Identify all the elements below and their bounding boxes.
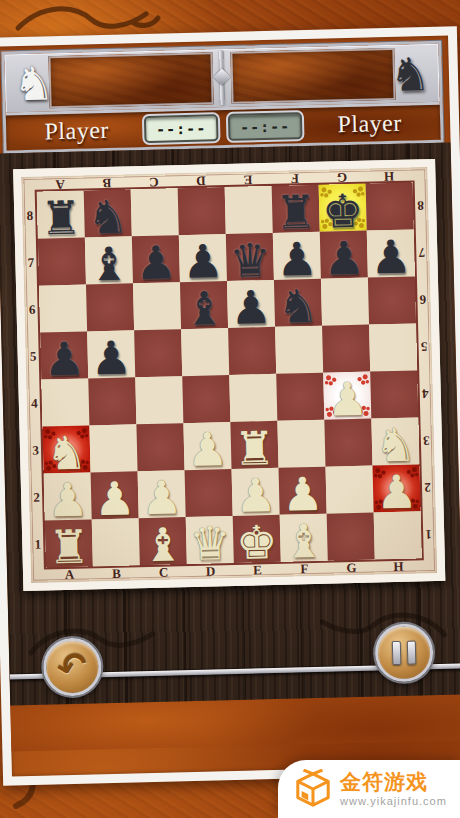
highlight-ornament	[374, 466, 388, 480]
undo-arrow-icon: ↶	[53, 646, 91, 688]
rank-label-2: 2	[419, 464, 435, 511]
piece-black-rook: ♜	[275, 189, 317, 236]
piece-black-bishop: ♝	[88, 240, 130, 287]
square-h6[interactable]	[368, 276, 416, 324]
file-label-c: C	[140, 564, 187, 581]
piece-white-knight: ♞	[45, 430, 87, 477]
app-screen: ♞ ♞ Player --:-- --:-- Player	[0, 0, 460, 818]
piece-black-knight: ♞	[87, 193, 129, 240]
square-h5[interactable]	[369, 323, 417, 371]
square-e4[interactable]	[229, 374, 277, 422]
game-card: ♞ ♞ Player --:-- --:-- Player	[0, 26, 460, 785]
square-g7[interactable]: ♟	[320, 231, 368, 279]
square-b5[interactable]: ♟	[87, 330, 135, 378]
highlight-ornament	[374, 497, 388, 511]
square-f8[interactable]: ♜	[272, 185, 320, 233]
piece-white-pawn: ♟	[141, 474, 183, 521]
rank-label-5: 5	[416, 323, 432, 370]
square-b2[interactable]: ♟	[91, 471, 139, 519]
piece-black-pawn: ♟	[276, 236, 318, 283]
board-grid: ♜♞♜♚♝♟♟♛♟♟♟♝♟♞♟♟♟♞♟♜♞♟♟♟♟♟♟♜♝♛♚♝	[37, 182, 422, 567]
piece-black-king: ♚	[322, 188, 364, 235]
rank-label-1: 1	[421, 511, 437, 558]
highlight-ornament	[75, 457, 89, 471]
piece-black-pawn: ♟	[43, 336, 85, 383]
piece-black-pawn: ♟	[323, 235, 365, 282]
piece-black-pawn: ♟	[230, 284, 272, 331]
highlight-ornament	[351, 185, 365, 199]
left-player-clock: --:--	[144, 114, 219, 143]
highlight-ornament	[351, 216, 365, 230]
file-label-f: F	[281, 561, 328, 578]
rank-label-4: 4	[417, 370, 433, 417]
square-f6[interactable]: ♞	[274, 279, 322, 327]
rank-label-3: 3	[27, 427, 43, 474]
square-b6[interactable]	[86, 283, 134, 331]
square-d4[interactable]	[182, 375, 230, 423]
square-c2[interactable]: ♟	[138, 470, 186, 518]
header-divider-ornament	[216, 49, 227, 107]
square-c4[interactable]	[135, 376, 183, 424]
black-knight-icon: ♞	[389, 46, 432, 103]
piece-white-pawn: ♟	[186, 426, 228, 473]
highlight-ornament	[405, 496, 419, 510]
square-e8[interactable]	[225, 186, 273, 234]
file-label-b: B	[93, 565, 140, 582]
highlight-ornament	[356, 404, 370, 418]
piece-white-pawn: ♟	[375, 468, 417, 515]
square-g3[interactable]	[324, 419, 372, 467]
rank-label-6: 6	[415, 276, 431, 323]
square-e5[interactable]	[228, 327, 276, 375]
square-e1[interactable]: ♚	[233, 515, 281, 563]
piece-black-queen: ♛	[229, 237, 271, 284]
square-e6[interactable]: ♟	[227, 280, 275, 328]
square-b3[interactable]	[89, 424, 137, 472]
square-e2[interactable]: ♟	[232, 468, 280, 516]
piece-black-pawn: ♟	[90, 334, 132, 381]
highlight-ornament	[405, 465, 419, 479]
square-f4[interactable]	[276, 373, 324, 421]
square-a3[interactable]: ♞	[42, 425, 90, 473]
square-b1[interactable]	[92, 518, 140, 566]
square-a4[interactable]	[41, 378, 89, 426]
square-c6[interactable]	[133, 282, 181, 330]
square-c7[interactable]: ♟	[132, 235, 180, 283]
piece-black-pawn: ♟	[370, 234, 412, 281]
watermark-title: 金符游戏	[340, 771, 447, 794]
highlight-ornament	[325, 404, 339, 418]
undo-button[interactable]: ↶	[43, 637, 102, 696]
highlight-ornament	[320, 185, 334, 199]
piece-white-rook: ♜	[233, 425, 275, 472]
piece-black-pawn: ♟	[182, 238, 224, 285]
piece-white-pawn: ♟	[47, 476, 89, 523]
header-panel-left	[48, 52, 213, 108]
wood-backdrop: ABCDEFGH ABCDEFGH 87654321 87654321 ♜♞♜♚…	[0, 143, 460, 706]
square-a8[interactable]: ♜	[37, 191, 85, 239]
piece-white-king: ♚	[236, 519, 278, 566]
chess-board: ABCDEFGH ABCDEFGH 87654321 87654321 ♜♞♜♚…	[13, 159, 445, 591]
piece-white-pawn: ♟	[281, 471, 323, 518]
rank-label-1: 1	[30, 521, 46, 568]
square-a1[interactable]: ♜	[45, 519, 93, 567]
scroll-ornament	[14, 2, 164, 36]
square-g2[interactable]	[326, 466, 374, 514]
pause-icon	[392, 641, 417, 666]
watermark-text: 金符游戏 www.yikajinfu.com	[340, 771, 447, 806]
right-player-name: Player	[307, 109, 433, 139]
square-d7[interactable]: ♟	[179, 234, 227, 282]
square-b7[interactable]: ♝	[85, 236, 133, 284]
header-panel-right	[230, 48, 395, 104]
piece-white-bishop: ♝	[283, 518, 325, 565]
square-d1[interactable]: ♛	[186, 516, 234, 564]
square-c5[interactable]	[134, 329, 182, 377]
header-panels: ♞ ♞	[4, 44, 439, 113]
square-b8[interactable]: ♞	[84, 189, 132, 237]
square-h1[interactable]	[374, 511, 422, 559]
file-label-d: D	[187, 563, 234, 580]
square-d2[interactable]	[185, 469, 233, 517]
square-h7[interactable]: ♟	[367, 229, 415, 277]
square-h8[interactable]	[366, 182, 414, 230]
square-h3[interactable]: ♞	[371, 417, 419, 465]
file-label-g: G	[328, 560, 375, 577]
highlight-ornament	[44, 458, 58, 472]
file-label-a: A	[46, 566, 93, 583]
square-d5[interactable]	[181, 328, 229, 376]
rank-label-7: 7	[414, 229, 430, 276]
piece-white-pawn: ♟	[235, 472, 277, 519]
highlight-ornament	[74, 426, 88, 440]
piece-white-rook: ♜	[48, 523, 90, 570]
square-a7[interactable]	[38, 237, 86, 285]
rank-label-5: 5	[25, 333, 41, 380]
cube-logo-icon	[294, 769, 332, 809]
rank-label-4: 4	[26, 380, 42, 427]
piece-black-knight: ♞	[277, 283, 319, 330]
square-f7[interactable]: ♟	[273, 232, 321, 280]
square-h2[interactable]: ♟	[372, 464, 420, 512]
square-e7[interactable]: ♛	[226, 233, 274, 281]
square-f1[interactable]: ♝	[280, 514, 328, 562]
highlight-ornament	[43, 427, 57, 441]
piece-black-bishop: ♝	[183, 285, 225, 332]
piece-white-bishop: ♝	[142, 521, 184, 568]
square-g1[interactable]	[327, 513, 375, 561]
piece-white-knight: ♞	[374, 421, 416, 468]
piece-black-pawn: ♟	[135, 239, 177, 286]
white-knight-icon: ♞	[12, 55, 55, 112]
square-f3[interactable]	[277, 420, 325, 468]
square-g5[interactable]	[322, 325, 370, 373]
highlight-ornament	[320, 216, 334, 230]
rank-label-2: 2	[29, 474, 45, 521]
square-g6[interactable]	[321, 278, 369, 326]
rank-label-8: 8	[22, 192, 38, 239]
square-h4[interactable]	[370, 370, 418, 418]
left-player-name: Player	[14, 116, 140, 146]
square-b4[interactable]	[88, 377, 136, 425]
rank-label-3: 3	[418, 417, 434, 464]
piece-white-queen: ♛	[189, 520, 231, 567]
square-g8[interactable]: ♚	[319, 184, 367, 232]
square-a2[interactable]: ♟	[44, 472, 92, 520]
square-c3[interactable]	[136, 423, 184, 471]
highlight-ornament	[355, 373, 369, 387]
square-f2[interactable]: ♟	[279, 467, 327, 515]
pause-button[interactable]	[374, 623, 433, 682]
rank-label-8: 8	[413, 182, 429, 229]
right-player-clock: --:--	[228, 112, 303, 141]
square-d8[interactable]	[178, 187, 226, 235]
square-f5[interactable]	[275, 326, 323, 374]
rank-label-6: 6	[24, 286, 40, 333]
watermark-badge[interactable]: 金符游戏 www.yikajinfu.com	[278, 760, 460, 818]
header-frame: ♞ ♞ Player --:-- --:-- Player	[1, 41, 443, 154]
square-d3[interactable]: ♟	[183, 422, 231, 470]
piece-white-pawn: ♟	[326, 376, 368, 423]
square-a6[interactable]	[39, 284, 87, 332]
piece-black-rook: ♜	[40, 195, 82, 242]
square-g4[interactable]: ♟	[323, 372, 371, 420]
rank-label-7: 7	[23, 239, 39, 286]
piece-white-pawn: ♟	[94, 475, 136, 522]
square-c1[interactable]: ♝	[139, 517, 187, 565]
watermark-url: www.yikajinfu.com	[340, 795, 447, 807]
square-a5[interactable]: ♟	[40, 331, 88, 379]
file-label-e: E	[234, 562, 281, 579]
square-d6[interactable]: ♝	[180, 281, 228, 329]
file-label-h: H	[375, 558, 422, 575]
square-c8[interactable]	[131, 188, 179, 236]
square-e3[interactable]: ♜	[230, 421, 278, 469]
highlight-ornament	[324, 373, 338, 387]
